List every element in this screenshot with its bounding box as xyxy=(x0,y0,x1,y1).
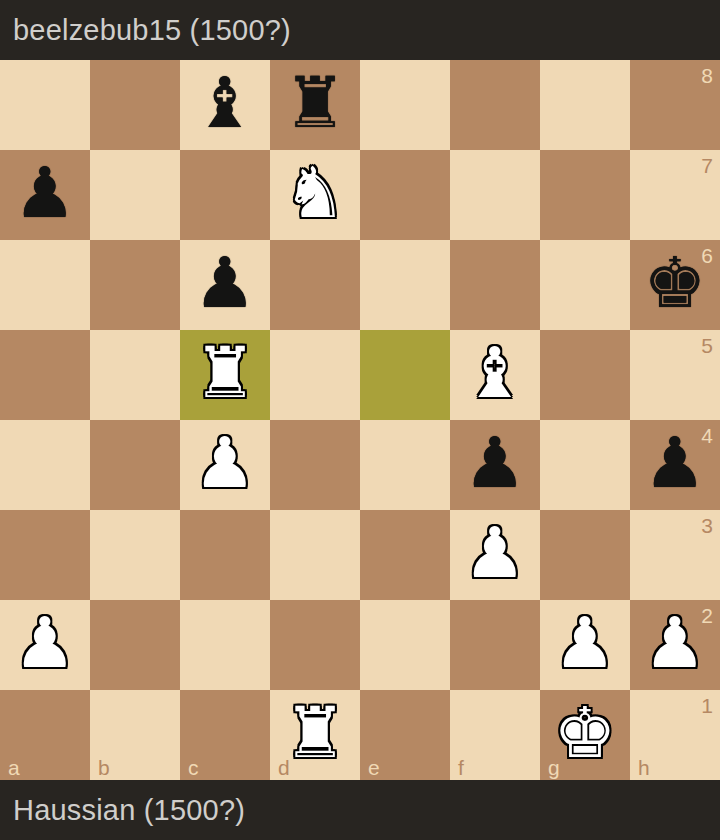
square-d6[interactable] xyxy=(270,240,360,330)
square-g3[interactable] xyxy=(540,510,630,600)
chess-board[interactable]: ♝♜8♟♞7♟♚6♜♝5♟♟♟4♟3♟♟♟2abc♜def♚g1h xyxy=(0,60,720,780)
square-b8[interactable] xyxy=(90,60,180,150)
rank-label-8: 8 xyxy=(701,65,713,86)
square-b4[interactable] xyxy=(90,420,180,510)
square-c5[interactable]: ♜ xyxy=(180,330,270,420)
piece-white-knight[interactable]: ♞ xyxy=(270,150,360,240)
square-b7[interactable] xyxy=(90,150,180,240)
square-c4[interactable]: ♟ xyxy=(180,420,270,510)
square-d3[interactable] xyxy=(270,510,360,600)
piece-black-king[interactable]: ♚ xyxy=(630,240,720,330)
square-f7[interactable] xyxy=(450,150,540,240)
square-a5[interactable] xyxy=(0,330,90,420)
piece-white-pawn[interactable]: ♟ xyxy=(0,600,90,690)
rank-label-7: 7 xyxy=(701,155,713,176)
square-b2[interactable] xyxy=(90,600,180,690)
square-g5[interactable] xyxy=(540,330,630,420)
square-g7[interactable] xyxy=(540,150,630,240)
square-g2[interactable]: ♟ xyxy=(540,600,630,690)
square-c2[interactable] xyxy=(180,600,270,690)
square-a4[interactable] xyxy=(0,420,90,510)
square-f2[interactable] xyxy=(450,600,540,690)
square-h2[interactable]: ♟2 xyxy=(630,600,720,690)
square-h6[interactable]: ♚6 xyxy=(630,240,720,330)
square-c1[interactable]: c xyxy=(180,690,270,780)
square-d2[interactable] xyxy=(270,600,360,690)
piece-black-pawn[interactable]: ♟ xyxy=(450,420,540,510)
square-h8[interactable]: 8 xyxy=(630,60,720,150)
player-name-top[interactable]: beelzebub15 (1500?) xyxy=(13,14,291,47)
file-label-a: a xyxy=(8,757,20,778)
square-g4[interactable] xyxy=(540,420,630,510)
square-e6[interactable] xyxy=(360,240,450,330)
square-a6[interactable] xyxy=(0,240,90,330)
square-b5[interactable] xyxy=(90,330,180,420)
file-label-c: c xyxy=(188,757,199,778)
piece-white-pawn[interactable]: ♟ xyxy=(540,600,630,690)
square-a8[interactable] xyxy=(0,60,90,150)
square-e4[interactable] xyxy=(360,420,450,510)
player-bottom-bar: Haussian (1500?) xyxy=(0,780,720,840)
square-f4[interactable]: ♟ xyxy=(450,420,540,510)
rank-label-3: 3 xyxy=(701,515,713,536)
chess-game-screen: beelzebub15 (1500?) ♝♜8♟♞7♟♚6♜♝5♟♟♟4♟3♟♟… xyxy=(0,0,720,840)
file-label-b: b xyxy=(98,757,110,778)
square-e7[interactable] xyxy=(360,150,450,240)
square-c3[interactable] xyxy=(180,510,270,600)
square-f5[interactable]: ♝ xyxy=(450,330,540,420)
square-e5[interactable] xyxy=(360,330,450,420)
square-e2[interactable] xyxy=(360,600,450,690)
square-f3[interactable]: ♟ xyxy=(450,510,540,600)
square-c7[interactable] xyxy=(180,150,270,240)
piece-black-pawn[interactable]: ♟ xyxy=(630,420,720,510)
square-f1[interactable]: f xyxy=(450,690,540,780)
piece-white-pawn[interactable]: ♟ xyxy=(630,600,720,690)
square-g6[interactable] xyxy=(540,240,630,330)
piece-white-pawn[interactable]: ♟ xyxy=(450,510,540,600)
piece-white-rook[interactable]: ♜ xyxy=(270,690,360,780)
file-label-e: e xyxy=(368,757,380,778)
square-h4[interactable]: ♟4 xyxy=(630,420,720,510)
square-g1[interactable]: ♚g xyxy=(540,690,630,780)
square-h3[interactable]: 3 xyxy=(630,510,720,600)
player-top-bar: beelzebub15 (1500?) xyxy=(0,0,720,60)
square-b3[interactable] xyxy=(90,510,180,600)
piece-black-rook[interactable]: ♜ xyxy=(270,60,360,150)
player-name-bottom[interactable]: Haussian (1500?) xyxy=(13,794,245,827)
square-g8[interactable] xyxy=(540,60,630,150)
square-e1[interactable]: e xyxy=(360,690,450,780)
square-c8[interactable]: ♝ xyxy=(180,60,270,150)
square-f8[interactable] xyxy=(450,60,540,150)
square-a2[interactable]: ♟ xyxy=(0,600,90,690)
file-label-h: h xyxy=(638,757,650,778)
square-e3[interactable] xyxy=(360,510,450,600)
file-label-f: f xyxy=(458,757,464,778)
piece-white-bishop[interactable]: ♝ xyxy=(450,330,540,420)
square-d7[interactable]: ♞ xyxy=(270,150,360,240)
piece-white-king[interactable]: ♚ xyxy=(540,690,630,780)
rank-label-5: 5 xyxy=(701,335,713,356)
square-a1[interactable]: a xyxy=(0,690,90,780)
square-d8[interactable]: ♜ xyxy=(270,60,360,150)
square-e8[interactable] xyxy=(360,60,450,150)
square-d1[interactable]: ♜d xyxy=(270,690,360,780)
piece-black-pawn[interactable]: ♟ xyxy=(0,150,90,240)
piece-black-pawn[interactable]: ♟ xyxy=(180,240,270,330)
square-c6[interactable]: ♟ xyxy=(180,240,270,330)
square-d4[interactable] xyxy=(270,420,360,510)
square-b6[interactable] xyxy=(90,240,180,330)
square-h7[interactable]: 7 xyxy=(630,150,720,240)
piece-white-rook[interactable]: ♜ xyxy=(180,330,270,420)
square-a7[interactable]: ♟ xyxy=(0,150,90,240)
square-d5[interactable] xyxy=(270,330,360,420)
piece-white-pawn[interactable]: ♟ xyxy=(180,420,270,510)
square-h1[interactable]: 1h xyxy=(630,690,720,780)
square-a3[interactable] xyxy=(0,510,90,600)
square-f6[interactable] xyxy=(450,240,540,330)
square-h5[interactable]: 5 xyxy=(630,330,720,420)
piece-black-bishop[interactable]: ♝ xyxy=(180,60,270,150)
square-b1[interactable]: b xyxy=(90,690,180,780)
rank-label-1: 1 xyxy=(701,695,713,716)
